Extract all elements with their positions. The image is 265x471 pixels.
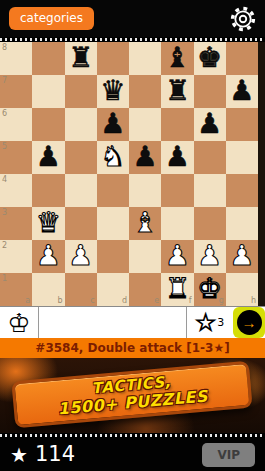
- move-list-area: [39, 307, 186, 338]
- square-b8[interactable]: [32, 42, 64, 75]
- chess-board: 8♜♝♚7♛♜♟6♟♟5♟♞♟♟43♛♝2♟♟♟♟♟1abcdef♜g♚h: [0, 42, 258, 306]
- white-rook[interactable]: ♜: [165, 275, 190, 303]
- black-pawn[interactable]: ♟: [133, 143, 158, 171]
- square-c7[interactable]: [65, 75, 97, 108]
- rank-label-4: 4: [2, 176, 7, 184]
- white-king[interactable]: ♚: [197, 275, 222, 303]
- black-pawn[interactable]: ♟: [165, 143, 190, 171]
- square-g8[interactable]: ♚: [194, 42, 226, 75]
- square-h2[interactable]: ♟: [226, 240, 258, 273]
- square-h8[interactable]: [226, 42, 258, 75]
- puzzle-info-text: #3584, Double attack [1-3★]: [35, 341, 229, 355]
- square-h6[interactable]: [226, 108, 258, 141]
- square-c8[interactable]: ♜: [65, 42, 97, 75]
- white-pawn[interactable]: ♟: [68, 242, 93, 270]
- board-right-edge: [258, 42, 265, 306]
- square-e7[interactable]: [129, 75, 161, 108]
- settings-gear-icon[interactable]: [230, 6, 256, 32]
- white-pawn[interactable]: ♟: [165, 242, 190, 270]
- turn-indicator-white-king-icon: ♔: [0, 307, 39, 338]
- black-rook[interactable]: ♜: [68, 44, 93, 72]
- square-c4[interactable]: [65, 174, 97, 207]
- square-a7[interactable]: 7: [0, 75, 32, 108]
- black-bishop[interactable]: ♝: [165, 44, 190, 72]
- square-g5[interactable]: [194, 141, 226, 174]
- move-bar: ♔ ★ 3 →: [0, 306, 265, 338]
- square-e4[interactable]: [129, 174, 161, 207]
- square-d2[interactable]: [97, 240, 129, 273]
- square-e1[interactable]: e: [129, 273, 161, 306]
- white-pawn[interactable]: ♟: [36, 242, 61, 270]
- rank-label-8: 8: [2, 44, 7, 52]
- square-h5[interactable]: [226, 141, 258, 174]
- square-h4[interactable]: [226, 174, 258, 207]
- square-a1[interactable]: 1a: [0, 273, 32, 306]
- black-pawn[interactable]: ♟: [229, 77, 254, 105]
- black-pawn[interactable]: ♟: [197, 110, 222, 138]
- difficulty-rating: ★ 3: [186, 307, 233, 338]
- square-d3[interactable]: [97, 207, 129, 240]
- square-b7[interactable]: [32, 75, 64, 108]
- black-king[interactable]: ♚: [197, 44, 222, 72]
- square-d5[interactable]: ♞: [97, 141, 129, 174]
- square-a2[interactable]: 2: [0, 240, 32, 273]
- promo-photo-background: TACTICS, 1500+ PUZZLES: [0, 358, 265, 433]
- rank-label-5: 5: [2, 143, 7, 151]
- square-e5[interactable]: ♟: [129, 141, 161, 174]
- square-c2[interactable]: ♟: [65, 240, 97, 273]
- top-bar: categories: [0, 0, 265, 37]
- square-c1[interactable]: c: [65, 273, 97, 306]
- square-a3[interactable]: 3: [0, 207, 32, 240]
- square-a5[interactable]: 5: [0, 141, 32, 174]
- square-c6[interactable]: [65, 108, 97, 141]
- square-f8[interactable]: ♝: [161, 42, 193, 75]
- square-a6[interactable]: 6: [0, 108, 32, 141]
- file-label-b: b: [57, 297, 62, 305]
- arrow-right-icon: →: [237, 310, 262, 335]
- square-d7[interactable]: ♛: [97, 75, 129, 108]
- square-g1[interactable]: g♚: [194, 273, 226, 306]
- square-g3[interactable]: [194, 207, 226, 240]
- square-d1[interactable]: d: [97, 273, 129, 306]
- square-c5[interactable]: [65, 141, 97, 174]
- black-queen[interactable]: ♛: [100, 77, 125, 105]
- square-e2[interactable]: [129, 240, 161, 273]
- rank-label-6: 6: [2, 110, 7, 118]
- file-label-e: e: [154, 297, 159, 305]
- square-b5[interactable]: ♟: [32, 141, 64, 174]
- black-pawn[interactable]: ♟: [100, 110, 125, 138]
- square-e3[interactable]: ♝: [129, 207, 161, 240]
- square-a4[interactable]: 4: [0, 174, 32, 207]
- square-a8[interactable]: 8: [0, 42, 32, 75]
- tactics-promo-banner[interactable]: TACTICS, 1500+ PUZZLES: [11, 361, 252, 429]
- file-label-d: d: [122, 297, 127, 305]
- square-g6[interactable]: ♟: [194, 108, 226, 141]
- puzzle-info-bar: #3584, Double attack [1-3★]: [0, 338, 265, 358]
- app-screen: categories 8♜♝♚7♛♜♟6♟♟5♟♞♟♟43♛♝2♟♟♟♟♟1ab…: [0, 0, 265, 471]
- square-d4[interactable]: [97, 174, 129, 207]
- white-queen[interactable]: ♛: [36, 209, 61, 237]
- square-h7[interactable]: ♟: [226, 75, 258, 108]
- perforation-strip-bottom: [0, 433, 265, 438]
- score-star-icon: ★: [10, 445, 28, 465]
- square-c3[interactable]: [65, 207, 97, 240]
- square-b1[interactable]: b: [32, 273, 64, 306]
- rank-label-7: 7: [2, 77, 7, 85]
- square-b6[interactable]: [32, 108, 64, 141]
- white-bishop[interactable]: ♝: [133, 209, 158, 237]
- square-f5[interactable]: ♟: [161, 141, 193, 174]
- categories-button[interactable]: categories: [9, 7, 94, 29]
- square-d6[interactable]: ♟: [97, 108, 129, 141]
- square-g4[interactable]: [194, 174, 226, 207]
- square-b4[interactable]: [32, 174, 64, 207]
- white-pawn[interactable]: ♟: [197, 242, 222, 270]
- white-pawn[interactable]: ♟: [229, 242, 254, 270]
- square-e8[interactable]: [129, 42, 161, 75]
- black-rook[interactable]: ♜: [165, 77, 190, 105]
- square-e6[interactable]: [129, 108, 161, 141]
- difficulty-count: 3: [217, 316, 224, 329]
- file-label-a: a: [25, 297, 30, 305]
- square-b2[interactable]: ♟: [32, 240, 64, 273]
- square-h3[interactable]: [226, 207, 258, 240]
- vip-button[interactable]: VIP: [202, 443, 255, 467]
- file-label-h: h: [251, 297, 256, 305]
- white-knight[interactable]: ♞: [100, 143, 125, 171]
- board-area: 8♜♝♚7♛♜♟6♟♟5♟♞♟♟43♛♝2♟♟♟♟♟1abcdef♜g♚h: [0, 42, 265, 306]
- star-outline-icon: ★: [196, 312, 216, 334]
- rank-label-1: 1: [2, 275, 7, 283]
- square-f4[interactable]: [161, 174, 193, 207]
- square-f2[interactable]: ♟: [161, 240, 193, 273]
- square-f6[interactable]: [161, 108, 193, 141]
- banner-line-2: 1500+ PUZZLES: [57, 387, 209, 418]
- bottom-bar: ★ 114 VIP: [0, 438, 265, 471]
- next-puzzle-button[interactable]: →: [233, 307, 265, 338]
- black-pawn[interactable]: ♟: [36, 143, 61, 171]
- square-d8[interactable]: [97, 42, 129, 75]
- square-f7[interactable]: ♜: [161, 75, 193, 108]
- score-value: 114: [35, 444, 75, 465]
- rank-label-3: 3: [2, 209, 7, 217]
- square-g2[interactable]: ♟: [194, 240, 226, 273]
- square-b3[interactable]: ♛: [32, 207, 64, 240]
- square-f1[interactable]: f♜: [161, 273, 193, 306]
- square-g7[interactable]: [194, 75, 226, 108]
- square-h1[interactable]: h: [226, 273, 258, 306]
- rank-label-2: 2: [2, 242, 7, 250]
- square-f3[interactable]: [161, 207, 193, 240]
- file-label-c: c: [90, 297, 94, 305]
